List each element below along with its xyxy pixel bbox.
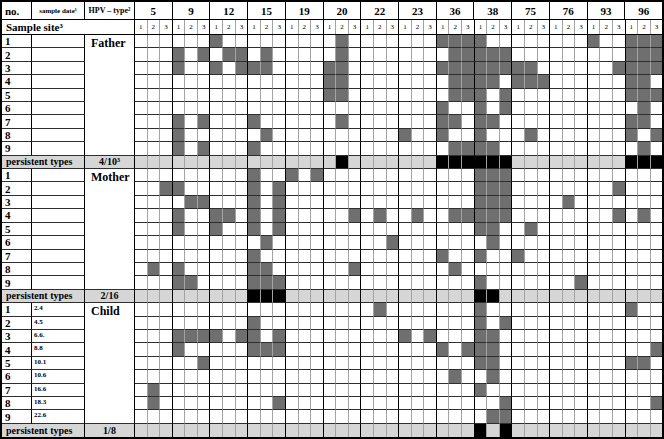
row-number: 6 bbox=[2, 370, 32, 383]
data-cell bbox=[361, 384, 374, 397]
data-cell bbox=[236, 370, 249, 383]
data-cell bbox=[563, 169, 576, 182]
positive-cell bbox=[248, 142, 261, 155]
sample-date bbox=[32, 236, 85, 249]
positive-cell bbox=[236, 62, 249, 75]
data-cell bbox=[399, 317, 412, 330]
persistent-row-cell bbox=[336, 290, 349, 303]
positive-cell bbox=[487, 343, 500, 356]
data-cell bbox=[135, 35, 148, 48]
data-cell bbox=[286, 357, 299, 370]
positive-cell bbox=[248, 343, 261, 356]
data-cell bbox=[563, 357, 576, 370]
data-cell bbox=[173, 102, 186, 115]
data-cell bbox=[361, 209, 374, 222]
positive-cell bbox=[248, 115, 261, 128]
data-cell bbox=[198, 182, 211, 195]
sample-date: 18.3 bbox=[32, 397, 85, 410]
persistent-row-cell bbox=[424, 156, 437, 169]
data-cell bbox=[600, 209, 613, 222]
positive-cell bbox=[500, 89, 513, 102]
positive-cell bbox=[487, 48, 500, 61]
positive-cell bbox=[487, 223, 500, 236]
data-cell bbox=[387, 142, 400, 155]
data-cell bbox=[600, 142, 613, 155]
data-cell bbox=[500, 250, 513, 263]
data-cell bbox=[374, 182, 387, 195]
row-number: 5 bbox=[2, 89, 32, 102]
data-cell bbox=[550, 397, 563, 410]
data-cell bbox=[223, 397, 236, 410]
data-cell bbox=[387, 75, 400, 88]
data-cell bbox=[399, 303, 412, 316]
data-cell bbox=[563, 89, 576, 102]
data-cell bbox=[487, 89, 500, 102]
data-cell bbox=[336, 263, 349, 276]
data-cell bbox=[651, 115, 663, 128]
persistent-row-cell bbox=[324, 290, 337, 303]
data-cell bbox=[173, 303, 186, 316]
data-cell bbox=[613, 223, 626, 236]
data-cell bbox=[512, 209, 525, 222]
data-cell bbox=[185, 182, 198, 195]
positive-cell bbox=[462, 75, 475, 88]
data-cell bbox=[424, 370, 437, 383]
data-cell bbox=[588, 48, 601, 61]
data-cell bbox=[651, 303, 663, 316]
data-cell bbox=[299, 102, 312, 115]
data-cell bbox=[261, 196, 274, 209]
section-label-spacer bbox=[85, 250, 135, 263]
persistent-row-cell bbox=[412, 424, 425, 437]
section-label-spacer bbox=[85, 330, 135, 343]
data-cell bbox=[651, 410, 663, 423]
positive-cell bbox=[475, 129, 488, 142]
persistent-row-cell bbox=[399, 290, 412, 303]
data-cell bbox=[185, 223, 198, 236]
data-cell bbox=[575, 397, 588, 410]
hpv-type-header-15: 15 bbox=[248, 2, 286, 19]
data-cell bbox=[311, 129, 324, 142]
positive-cell bbox=[248, 182, 261, 195]
data-cell bbox=[198, 370, 211, 383]
data-cell bbox=[135, 250, 148, 263]
section-label-spacer bbox=[85, 182, 135, 195]
data-cell bbox=[550, 410, 563, 423]
data-cell bbox=[462, 303, 475, 316]
data-cell bbox=[563, 276, 576, 289]
data-cell bbox=[424, 223, 437, 236]
persistent-row-cell bbox=[500, 290, 513, 303]
data-cell bbox=[361, 35, 374, 48]
data-cell bbox=[538, 276, 551, 289]
row-number: 9 bbox=[2, 142, 32, 155]
positive-cell bbox=[462, 343, 475, 356]
positive-cell bbox=[475, 250, 488, 263]
positive-cell bbox=[500, 410, 513, 423]
data-cell bbox=[185, 343, 198, 356]
data-cell bbox=[500, 236, 513, 249]
data-cell bbox=[299, 129, 312, 142]
data-cell bbox=[449, 410, 462, 423]
site-number-cell: 1 bbox=[399, 20, 412, 34]
section-label-spacer bbox=[85, 236, 135, 249]
data-cell bbox=[613, 330, 626, 343]
persistent-row-cell bbox=[563, 424, 576, 437]
data-cell bbox=[600, 397, 613, 410]
data-cell bbox=[437, 142, 450, 155]
data-cell bbox=[613, 410, 626, 423]
sample-date: 6.6. bbox=[32, 330, 85, 343]
data-cell bbox=[324, 169, 337, 182]
positive-cell bbox=[500, 196, 513, 209]
positive-cell bbox=[336, 35, 349, 48]
data-cell bbox=[299, 276, 312, 289]
positive-cell bbox=[173, 330, 186, 343]
data-cell bbox=[349, 276, 362, 289]
persistent-row-cell bbox=[248, 424, 261, 437]
row-number: 8 bbox=[2, 263, 32, 276]
data-cell bbox=[412, 102, 425, 115]
data-cell bbox=[462, 250, 475, 263]
persistent-type-cell bbox=[475, 424, 488, 437]
data-cell bbox=[198, 62, 211, 75]
data-cell bbox=[575, 89, 588, 102]
persistent-row-cell bbox=[261, 424, 274, 437]
site-number-cell: 1 bbox=[135, 20, 148, 34]
data-cell bbox=[210, 169, 223, 182]
site-number-cell: 1 bbox=[588, 20, 601, 34]
data-cell bbox=[563, 48, 576, 61]
sample-date bbox=[32, 250, 85, 263]
positive-cell bbox=[475, 102, 488, 115]
data-cell bbox=[588, 343, 601, 356]
persistent-row-cell bbox=[299, 424, 312, 437]
positive-cell bbox=[173, 115, 186, 128]
data-cell bbox=[374, 48, 387, 61]
data-cell bbox=[148, 303, 161, 316]
row-number: 4 bbox=[2, 343, 32, 356]
persistent-row-cell bbox=[462, 290, 475, 303]
data-cell bbox=[185, 169, 198, 182]
data-row-child-1: 12.4Child bbox=[2, 303, 662, 316]
persistent-type-cell bbox=[449, 156, 462, 169]
data-cell bbox=[223, 343, 236, 356]
positive-cell bbox=[487, 236, 500, 249]
data-cell bbox=[223, 89, 236, 102]
data-cell bbox=[198, 209, 211, 222]
data-cell bbox=[273, 48, 286, 61]
data-cell bbox=[299, 236, 312, 249]
data-cell bbox=[387, 115, 400, 128]
persistent-row-cell bbox=[651, 290, 663, 303]
data-cell bbox=[487, 263, 500, 276]
data-cell bbox=[462, 129, 475, 142]
data-cell bbox=[273, 169, 286, 182]
data-cell bbox=[210, 48, 223, 61]
data-cell bbox=[525, 410, 538, 423]
data-cell bbox=[160, 223, 173, 236]
site-number-cell: 1 bbox=[248, 20, 261, 34]
data-cell bbox=[412, 384, 425, 397]
sample-date bbox=[32, 48, 85, 61]
data-cell bbox=[525, 169, 538, 182]
data-cell bbox=[525, 303, 538, 316]
hpv-type-header-36: 36 bbox=[437, 2, 475, 19]
positive-cell bbox=[349, 209, 362, 222]
persistent-type-cell bbox=[487, 290, 500, 303]
row-number: 1 bbox=[2, 35, 32, 48]
data-cell bbox=[500, 370, 513, 383]
site-number-cell: 2 bbox=[412, 20, 425, 34]
data-cell bbox=[135, 303, 148, 316]
data-cell bbox=[575, 129, 588, 142]
data-cell bbox=[651, 384, 663, 397]
data-cell bbox=[135, 89, 148, 102]
data-cell bbox=[449, 397, 462, 410]
data-cell bbox=[588, 250, 601, 263]
sample-date bbox=[32, 182, 85, 195]
data-cell bbox=[210, 276, 223, 289]
persistent-row-cell bbox=[462, 424, 475, 437]
data-cell bbox=[412, 343, 425, 356]
persistent-row-cell bbox=[626, 290, 639, 303]
data-cell bbox=[299, 115, 312, 128]
data-cell bbox=[437, 330, 450, 343]
data-cell bbox=[651, 250, 663, 263]
positive-cell bbox=[273, 209, 286, 222]
data-cell bbox=[449, 303, 462, 316]
data-cell bbox=[173, 370, 186, 383]
data-cell bbox=[575, 410, 588, 423]
data-cell bbox=[223, 35, 236, 48]
data-cell bbox=[588, 317, 601, 330]
data-cell bbox=[613, 48, 626, 61]
data-cell bbox=[424, 303, 437, 316]
data-cell bbox=[361, 343, 374, 356]
positive-cell bbox=[261, 343, 274, 356]
data-cell bbox=[563, 343, 576, 356]
persistent-row-cell bbox=[487, 424, 500, 437]
positive-cell bbox=[487, 370, 500, 383]
data-cell bbox=[437, 263, 450, 276]
data-cell bbox=[299, 196, 312, 209]
persistent-row-cell bbox=[525, 290, 538, 303]
data-cell bbox=[223, 62, 236, 75]
data-cell bbox=[336, 250, 349, 263]
positive-cell bbox=[525, 129, 538, 142]
data-cell bbox=[349, 142, 362, 155]
data-cell bbox=[148, 410, 161, 423]
data-cell bbox=[500, 330, 513, 343]
data-cell bbox=[135, 182, 148, 195]
positive-cell bbox=[148, 384, 161, 397]
persistent-type-cell bbox=[475, 290, 488, 303]
data-cell bbox=[613, 397, 626, 410]
persistent-types-label: persistent types bbox=[2, 156, 85, 169]
positive-cell bbox=[475, 62, 488, 75]
data-cell bbox=[538, 250, 551, 263]
positive-cell bbox=[487, 182, 500, 195]
positive-cell bbox=[236, 330, 249, 343]
data-cell bbox=[399, 397, 412, 410]
persistent-row-cell bbox=[185, 156, 198, 169]
positive-cell bbox=[475, 115, 488, 128]
sample-date bbox=[32, 75, 85, 88]
persistent-row-cell bbox=[563, 156, 576, 169]
data-row-father-6: 6 bbox=[2, 102, 662, 115]
data-cell bbox=[538, 330, 551, 343]
site-number-cell: 2 bbox=[261, 20, 274, 34]
persistent-row-cell bbox=[512, 290, 525, 303]
data-cell bbox=[613, 357, 626, 370]
data-cell bbox=[550, 223, 563, 236]
data-cell bbox=[512, 115, 525, 128]
data-cell bbox=[600, 89, 613, 102]
section-label-spacer bbox=[85, 397, 135, 410]
positive-cell bbox=[198, 115, 211, 128]
data-cell bbox=[424, 263, 437, 276]
data-cell bbox=[223, 303, 236, 316]
persistent-row-cell bbox=[173, 156, 186, 169]
data-cell bbox=[525, 209, 538, 222]
data-cell bbox=[512, 35, 525, 48]
data-cell bbox=[563, 397, 576, 410]
data-cell bbox=[148, 142, 161, 155]
data-cell bbox=[449, 182, 462, 195]
positive-cell bbox=[475, 182, 488, 195]
data-cell bbox=[135, 196, 148, 209]
data-cell bbox=[525, 236, 538, 249]
positive-cell bbox=[638, 48, 651, 61]
data-cell bbox=[236, 169, 249, 182]
data-cell bbox=[538, 142, 551, 155]
data-cell bbox=[600, 75, 613, 88]
data-cell bbox=[349, 410, 362, 423]
positive-cell bbox=[449, 48, 462, 61]
data-cell bbox=[626, 343, 639, 356]
data-cell bbox=[361, 357, 374, 370]
data-cell bbox=[173, 169, 186, 182]
data-cell bbox=[286, 303, 299, 316]
persistent-row-cell bbox=[374, 156, 387, 169]
persistent-row-cell bbox=[223, 290, 236, 303]
data-cell bbox=[349, 343, 362, 356]
data-cell bbox=[135, 276, 148, 289]
data-cell bbox=[286, 35, 299, 48]
data-cell bbox=[600, 410, 613, 423]
data-cell bbox=[273, 62, 286, 75]
data-cell bbox=[563, 75, 576, 88]
data-cell bbox=[412, 75, 425, 88]
data-cell bbox=[236, 182, 249, 195]
data-cell bbox=[588, 223, 601, 236]
data-cell bbox=[286, 182, 299, 195]
positive-cell bbox=[173, 182, 186, 195]
data-cell bbox=[412, 196, 425, 209]
data-cell bbox=[600, 384, 613, 397]
data-cell bbox=[575, 196, 588, 209]
data-cell bbox=[437, 410, 450, 423]
data-cell bbox=[361, 196, 374, 209]
persistent-row-cell bbox=[273, 156, 286, 169]
site-number-cell: 2 bbox=[487, 20, 500, 34]
data-cell bbox=[399, 343, 412, 356]
persistent-row-cell bbox=[311, 424, 324, 437]
data-cell bbox=[236, 236, 249, 249]
data-cell bbox=[538, 384, 551, 397]
data-cell bbox=[638, 263, 651, 276]
data-cell bbox=[236, 196, 249, 209]
positive-cell bbox=[613, 209, 626, 222]
persistent-row-cell bbox=[412, 156, 425, 169]
data-cell bbox=[311, 276, 324, 289]
persistent-row-cell bbox=[651, 424, 663, 437]
data-cell bbox=[261, 330, 274, 343]
persistent-row-cell bbox=[160, 290, 173, 303]
data-cell bbox=[185, 62, 198, 75]
persistent-type-cell bbox=[487, 156, 500, 169]
data-cell bbox=[336, 182, 349, 195]
data-cell bbox=[399, 196, 412, 209]
positive-cell bbox=[223, 48, 236, 61]
data-cell bbox=[185, 250, 198, 263]
data-cell bbox=[361, 48, 374, 61]
data-cell bbox=[462, 317, 475, 330]
data-cell bbox=[185, 142, 198, 155]
data-cell bbox=[613, 102, 626, 115]
data-cell bbox=[399, 263, 412, 276]
data-cell bbox=[160, 196, 173, 209]
positive-cell bbox=[525, 75, 538, 88]
sample-date bbox=[32, 89, 85, 102]
positive-cell bbox=[462, 142, 475, 155]
data-cell bbox=[550, 357, 563, 370]
data-cell bbox=[311, 317, 324, 330]
data-cell bbox=[374, 223, 387, 236]
data-cell bbox=[185, 357, 198, 370]
positive-cell bbox=[512, 75, 525, 88]
data-cell bbox=[550, 236, 563, 249]
data-cell bbox=[311, 89, 324, 102]
data-cell bbox=[148, 343, 161, 356]
data-row-child-7: 716.6 bbox=[2, 384, 662, 397]
data-cell bbox=[210, 196, 223, 209]
data-cell bbox=[349, 35, 362, 48]
data-cell bbox=[387, 129, 400, 142]
data-cell bbox=[273, 317, 286, 330]
data-cell bbox=[374, 276, 387, 289]
data-cell bbox=[374, 263, 387, 276]
sample-date-column-header: sample date¹ bbox=[32, 2, 85, 19]
persistent-type-cell bbox=[462, 156, 475, 169]
positive-cell bbox=[261, 62, 274, 75]
data-cell bbox=[462, 397, 475, 410]
positive-cell bbox=[475, 317, 488, 330]
data-cell bbox=[223, 142, 236, 155]
data-cell bbox=[588, 169, 601, 182]
positive-cell bbox=[475, 384, 488, 397]
data-cell bbox=[148, 276, 161, 289]
row-number: 7 bbox=[2, 250, 32, 263]
data-cell bbox=[525, 115, 538, 128]
data-cell bbox=[349, 384, 362, 397]
site-number-cell: 2 bbox=[600, 20, 613, 34]
data-cell bbox=[210, 303, 223, 316]
section-label-spacer bbox=[85, 276, 135, 289]
positive-cell bbox=[236, 48, 249, 61]
data-cell bbox=[462, 410, 475, 423]
